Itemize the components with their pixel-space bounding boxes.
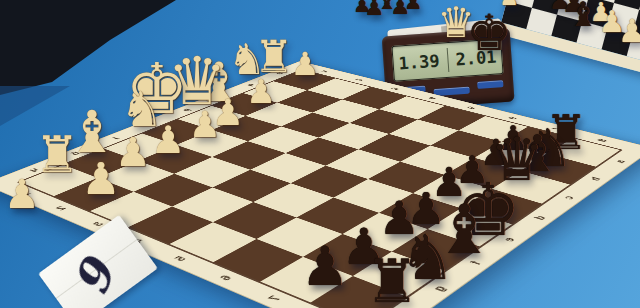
rank-label-8-afile-edge: 8 [595,138,608,142]
piece-white-pawn-a2[interactable]: ♟ [291,48,320,80]
rank-label-1-afile-edge: 1 [320,70,331,73]
rank-label-6-hfile-edge: 6 [218,274,234,281]
photo-stage: 1.39 2.01 aa11bb22cc33dd44ee55ff66gg77hh… [0,0,640,308]
file-label-d-rank8-edge: d [532,214,548,220]
rank-label-7-hfile-edge: 7 [266,294,283,302]
piece-white-pawn-h2[interactable]: ♟ [81,157,120,201]
rank-label-2-afile-edge: 2 [353,78,364,81]
piece-white-pawn-b2[interactable]: ♟ [246,75,276,108]
table-edge-shadow [0,86,70,126]
piece-white-pawn-e2[interactable]: ♟ [189,107,221,143]
neighbor-black-bishop[interactable]: ♝ [568,0,598,31]
rank-label-5-afile-edge: 5 [465,106,477,110]
rank-label-5-hfile-edge: 5 [173,255,188,262]
captured-black-pawn[interactable]: ♟ [364,0,384,19]
neighbor-white-pawn[interactable]: ♟ [618,15,640,47]
clock-left-time: 1.39 [398,51,440,74]
piece-black-rook-h8[interactable]: ♜ [365,251,419,308]
rank-label-4-afile-edge: 4 [426,96,438,100]
piece-white-pawn-offboard[interactable]: ♟ [4,174,40,214]
table-black-king[interactable]: ♚ [467,8,512,58]
file-label-a-rank8-edge: a [613,159,627,164]
file-label-b-rank8-edge: b [588,176,603,181]
clock-button-right[interactable] [477,80,503,89]
piece-white-rook-h1[interactable]: ♜ [35,130,80,180]
rank-label-2-hfile-edge: 2 [54,205,68,211]
piece-black-pawn-h7[interactable]: ♟ [301,240,349,294]
captured-black-pawn[interactable]: ♟ [390,0,410,18]
file-label-c-rank8-edge: c [561,195,576,201]
clock-display-divider [446,48,449,72]
rank-label-3-afile-edge: 3 [389,87,400,90]
piece-white-pawn-f2[interactable]: ♟ [151,121,185,159]
